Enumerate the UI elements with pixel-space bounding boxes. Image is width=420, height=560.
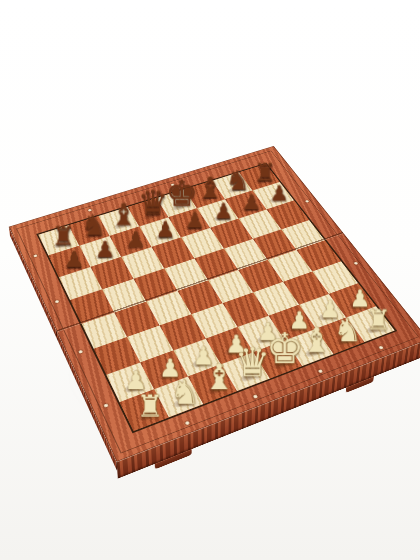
frame-dot bbox=[318, 369, 323, 373]
board-frame: ♜♞♝♛♚♝♞♜♟♟♟♟♟♟♟♟♟♟♟♟♟♟♟♟♜♞♝♛♚♝♞♜ bbox=[9, 146, 420, 462]
square-d5 bbox=[164, 258, 208, 290]
clasp-foot-near-left bbox=[155, 449, 192, 469]
frame-dot bbox=[33, 254, 37, 257]
frame-dot bbox=[185, 421, 190, 425]
black-pawn: ♟ bbox=[54, 248, 94, 271]
square-a1: ♜ bbox=[120, 389, 169, 431]
white-rook: ♜ bbox=[127, 392, 173, 422]
frame-dot bbox=[378, 346, 383, 350]
frame-dot bbox=[78, 350, 83, 354]
frame-dot bbox=[103, 403, 108, 407]
frame-dot bbox=[354, 262, 359, 265]
product-photo: ♜♞♝♛♚♝♞♜♟♟♟♟♟♟♟♟♟♟♟♟♟♟♟♟♜♞♝♛♚♝♞♜ bbox=[0, 0, 420, 560]
clasp-foot-near-right bbox=[345, 377, 373, 394]
playing-area: ♜♞♝♛♚♝♞♜♟♟♟♟♟♟♟♟♟♟♟♟♟♟♟♟♜♞♝♛♚♝♞♜ bbox=[36, 163, 397, 434]
frame-dot bbox=[55, 300, 60, 304]
chess-board: ♜♞♝♛♚♝♞♜♟♟♟♟♟♟♟♟♟♟♟♟♟♟♟♟♜♞♝♛♚♝♞♜ bbox=[9, 146, 420, 462]
photo-scene: ♜♞♝♛♚♝♞♜♟♟♟♟♟♟♟♟♟♟♟♟♟♟♟♟♜♞♝♛♚♝♞♜ bbox=[0, 0, 420, 560]
frame-dot bbox=[305, 200, 309, 203]
frame-dot bbox=[253, 394, 258, 398]
